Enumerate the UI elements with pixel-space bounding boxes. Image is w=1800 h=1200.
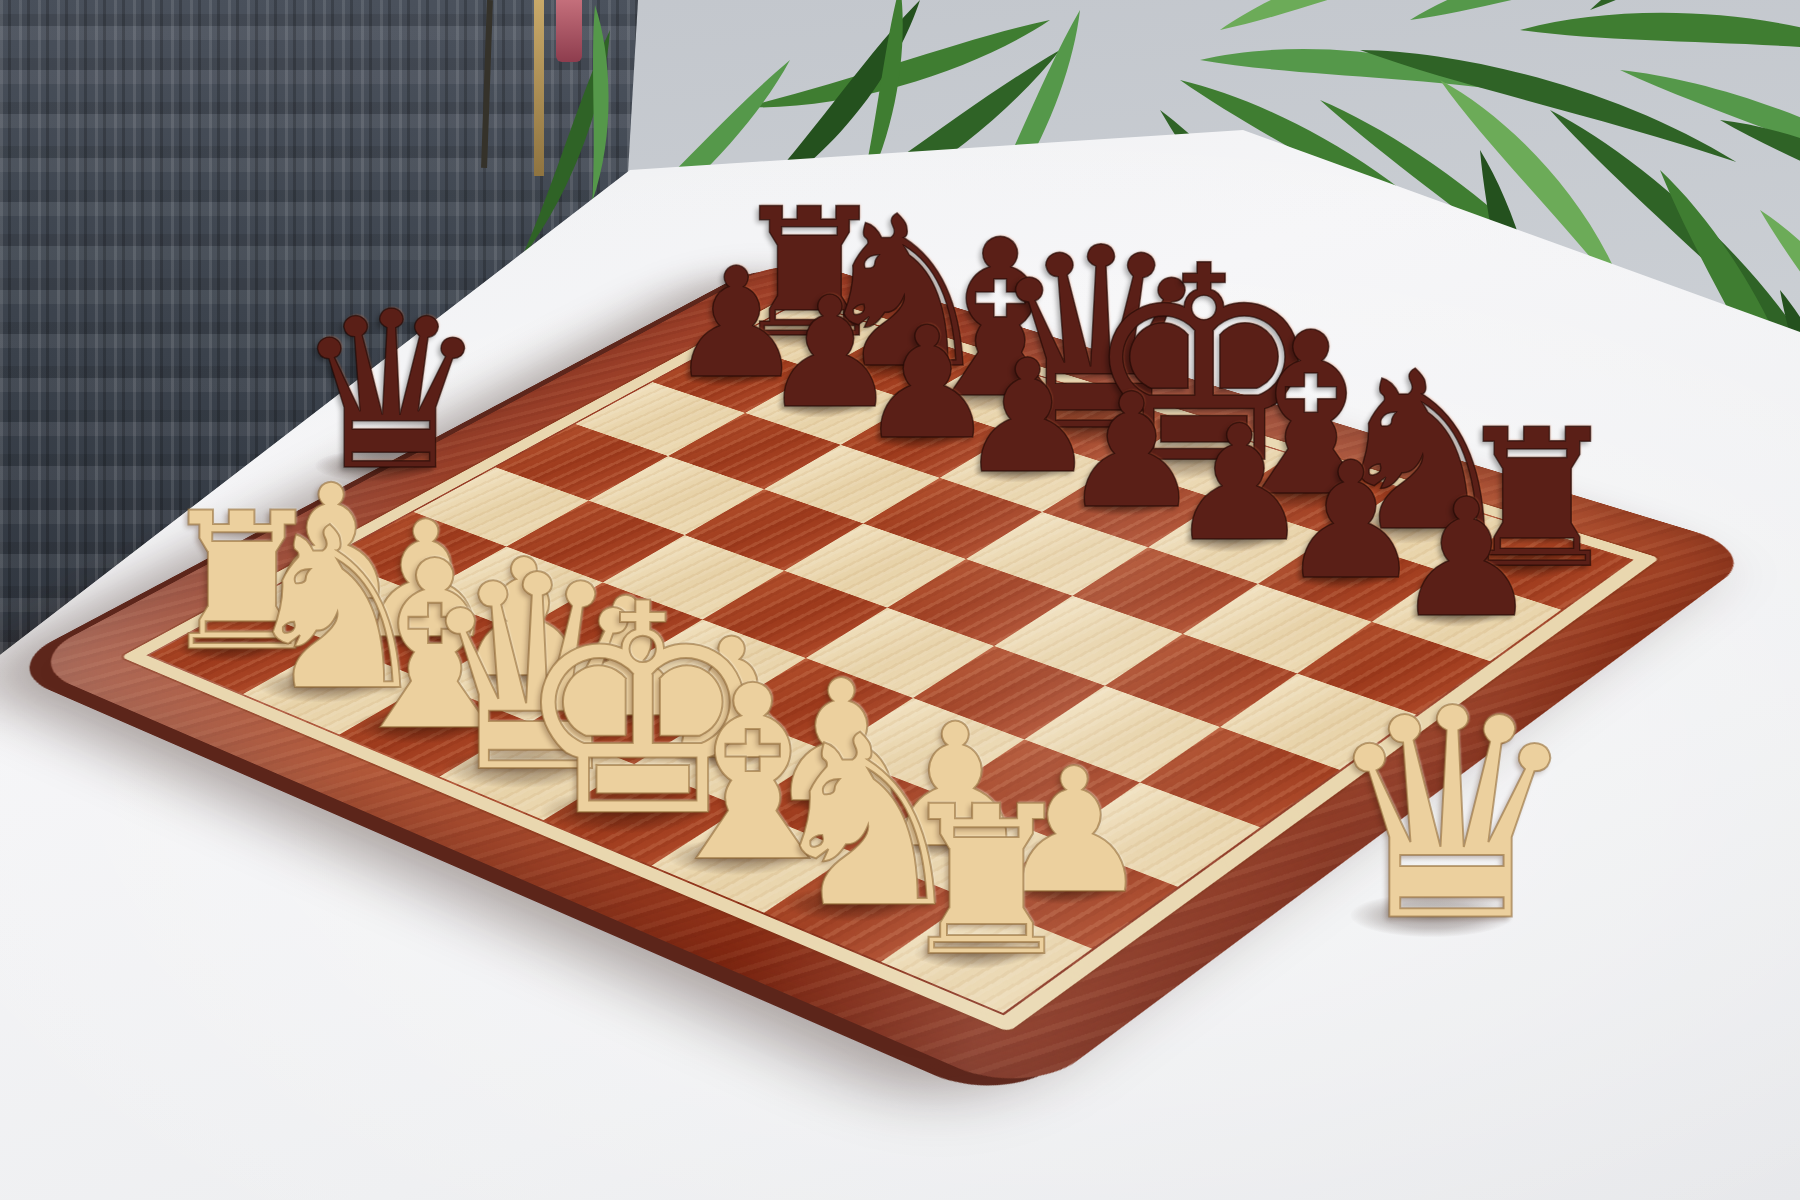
piece-white-queen-extra[interactable]: ♛ <box>1322 671 1583 962</box>
piece-black-pawn-h7[interactable]: ♟ <box>1393 477 1539 640</box>
piece-white-rook-h1[interactable]: ♜ <box>894 780 1078 986</box>
scene: ♜♞♝♛♚♝♞♜♟♟♟♟♟♟♟♟♟♟♟♟♟♟♟♟♜♞♝♛♚♝♞♜♛♛ <box>0 0 1800 1200</box>
